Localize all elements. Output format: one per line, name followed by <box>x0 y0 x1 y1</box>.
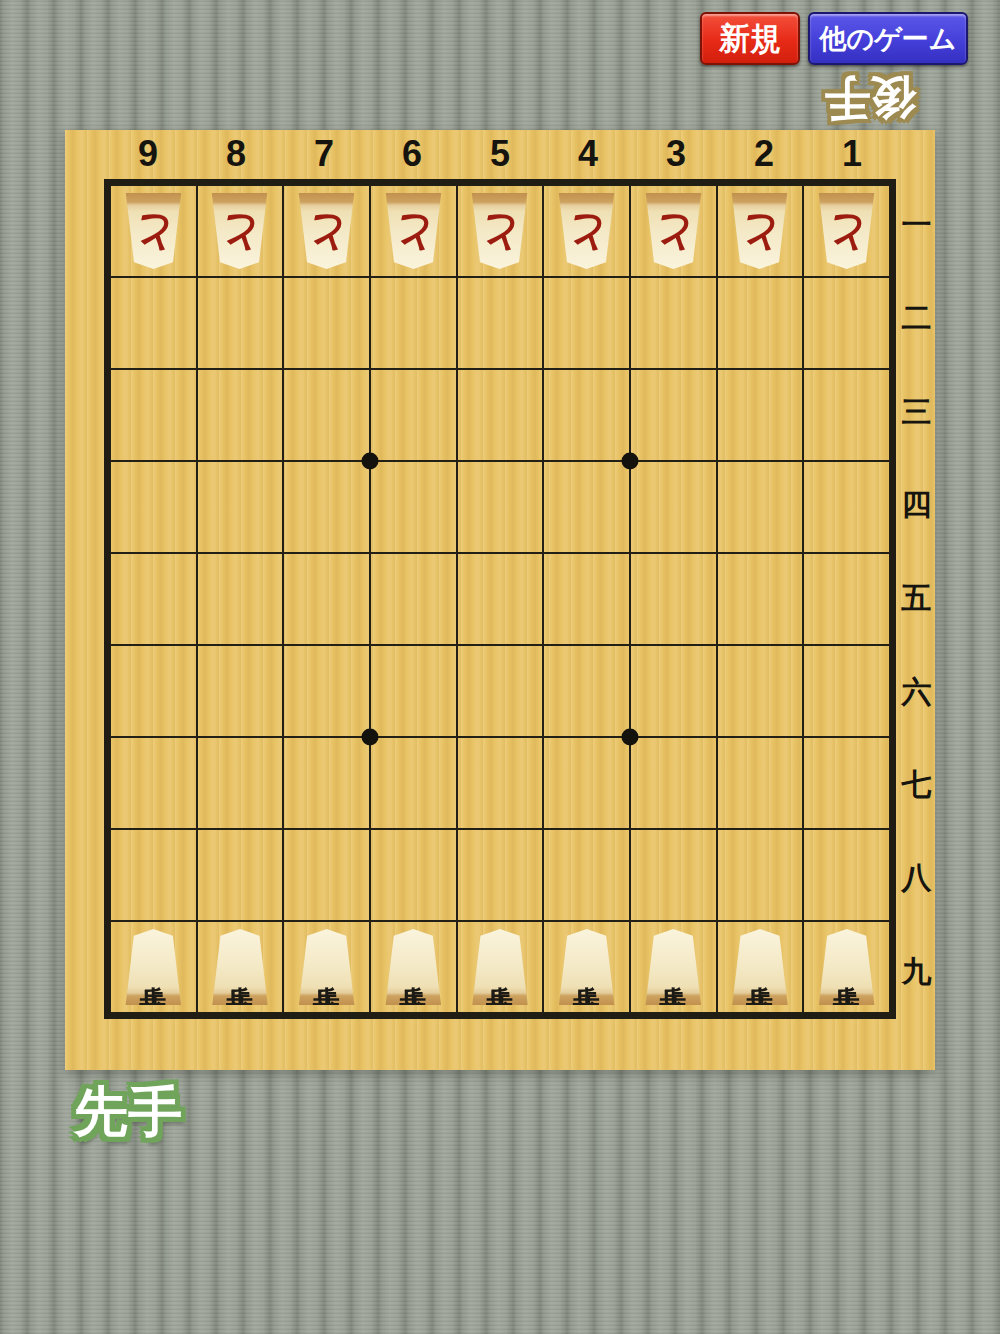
star-point <box>362 729 379 746</box>
gote-tokin-piece[interactable]: と <box>815 193 878 269</box>
board-cell-6三[interactable] <box>370 369 457 461</box>
shogi-board: 987654321 一二三四五六七八九 ととととととととと歩兵歩兵歩兵歩兵歩兵歩… <box>65 130 935 1070</box>
board-cell-9一[interactable]: と <box>110 185 197 277</box>
board-cell-1一[interactable]: と <box>803 185 890 277</box>
board-cell-6二[interactable] <box>370 277 457 369</box>
gote-tokin-piece[interactable]: と <box>122 193 185 269</box>
board-cell-1六[interactable] <box>803 645 890 737</box>
board-cell-9五[interactable] <box>110 553 197 645</box>
board-cell-5八[interactable] <box>457 829 544 921</box>
board-cell-5六[interactable] <box>457 645 544 737</box>
board-cell-7一[interactable]: と <box>283 185 370 277</box>
rank-label-4: 四 <box>898 459 935 552</box>
board-cell-3九[interactable]: 歩兵 <box>630 921 717 1013</box>
sente-pawn-piece[interactable]: 歩兵 <box>555 929 618 1005</box>
board-cell-4七[interactable] <box>543 737 630 829</box>
star-point <box>622 729 639 746</box>
gote-tokin-piece[interactable]: と <box>382 193 445 269</box>
board-cell-9三[interactable] <box>110 369 197 461</box>
gote-tokin-glyph: と <box>305 213 348 255</box>
board-cell-3二[interactable] <box>630 277 717 369</box>
board-cell-2一[interactable]: と <box>717 185 804 277</box>
board-cell-4五[interactable] <box>543 553 630 645</box>
rank-label-3: 三 <box>898 366 935 459</box>
gote-tokin-piece[interactable]: と <box>295 193 358 269</box>
board-cell-5四[interactable] <box>457 461 544 553</box>
gote-tokin-piece[interactable]: と <box>728 193 791 269</box>
gote-tokin-glyph: と <box>479 213 522 255</box>
board-cell-8八[interactable] <box>197 829 284 921</box>
board-cell-7五[interactable] <box>283 553 370 645</box>
board-cell-8二[interactable] <box>197 277 284 369</box>
board-cell-9七[interactable] <box>110 737 197 829</box>
board-cell-8七[interactable] <box>197 737 284 829</box>
board-cell-6八[interactable] <box>370 829 457 921</box>
board-cell-5七[interactable] <box>457 737 544 829</box>
sente-pawn-piece[interactable]: 歩兵 <box>468 929 531 1005</box>
sente-pawn-piece[interactable]: 歩兵 <box>208 929 271 1005</box>
board-cell-9九[interactable]: 歩兵 <box>110 921 197 1013</box>
star-point <box>362 453 379 470</box>
board-cell-3四[interactable] <box>630 461 717 553</box>
board-cell-8一[interactable]: と <box>197 185 284 277</box>
rank-label-2: 二 <box>898 272 935 365</box>
file-coordinate-labels: 987654321 <box>104 132 896 176</box>
board-cell-3八[interactable] <box>630 829 717 921</box>
file-label-1: 1 <box>808 132 896 176</box>
board-cell-7七[interactable] <box>283 737 370 829</box>
board-cell-9四[interactable] <box>110 461 197 553</box>
rank-label-1: 一 <box>898 179 935 272</box>
board-cell-4九[interactable]: 歩兵 <box>543 921 630 1013</box>
gote-tokin-piece[interactable]: と <box>642 193 705 269</box>
board-cell-6七[interactable] <box>370 737 457 829</box>
board-cell-5一[interactable]: と <box>457 185 544 277</box>
board-cell-3一[interactable]: と <box>630 185 717 277</box>
rank-coordinate-labels: 一二三四五六七八九 <box>898 179 935 1019</box>
gote-tokin-piece[interactable]: と <box>468 193 531 269</box>
board-cell-5二[interactable] <box>457 277 544 369</box>
board-cell-2四[interactable] <box>717 461 804 553</box>
rank-label-6: 六 <box>898 646 935 739</box>
file-label-3: 3 <box>632 132 720 176</box>
gote-tokin-piece[interactable]: と <box>208 193 271 269</box>
board-cell-3六[interactable] <box>630 645 717 737</box>
board-cell-4二[interactable] <box>543 277 630 369</box>
board-cell-8六[interactable] <box>197 645 284 737</box>
board-cell-3七[interactable] <box>630 737 717 829</box>
file-label-4: 4 <box>544 132 632 176</box>
board-cell-7九[interactable]: 歩兵 <box>283 921 370 1013</box>
board-cell-8九[interactable]: 歩兵 <box>197 921 284 1013</box>
board-cell-8三[interactable] <box>197 369 284 461</box>
sente-player-label: 先手 <box>74 1076 182 1149</box>
file-label-6: 6 <box>368 132 456 176</box>
board-cell-9六[interactable] <box>110 645 197 737</box>
sente-pawn-piece[interactable]: 歩兵 <box>122 929 185 1005</box>
board-cell-6一[interactable]: と <box>370 185 457 277</box>
board-cell-2八[interactable] <box>717 829 804 921</box>
rank-label-9: 九 <box>898 926 935 1019</box>
rank-label-8: 八 <box>898 832 935 925</box>
board-cell-4三[interactable] <box>543 369 630 461</box>
gote-tokin-glyph: と <box>392 213 435 255</box>
gote-tokin-glyph: と <box>132 213 175 255</box>
board-cell-7四[interactable] <box>283 461 370 553</box>
gote-tokin-glyph: と <box>825 213 868 255</box>
board-cell-7八[interactable] <box>283 829 370 921</box>
board-grid: ととととととととと歩兵歩兵歩兵歩兵歩兵歩兵歩兵歩兵歩兵 <box>104 179 896 1019</box>
board-cell-4六[interactable] <box>543 645 630 737</box>
gote-tokin-glyph: と <box>219 213 262 255</box>
gote-player-label: 後手 <box>790 66 950 128</box>
new-game-button[interactable]: 新規 <box>700 12 800 65</box>
board-cell-6六[interactable] <box>370 645 457 737</box>
board-cell-7六[interactable] <box>283 645 370 737</box>
sente-pawn-piece[interactable]: 歩兵 <box>295 929 358 1005</box>
board-cell-1七[interactable] <box>803 737 890 829</box>
gote-tokin-piece[interactable]: と <box>555 193 618 269</box>
board-cell-5九[interactable]: 歩兵 <box>457 921 544 1013</box>
board-cell-2六[interactable] <box>717 645 804 737</box>
board-cell-3三[interactable] <box>630 369 717 461</box>
board-cell-6四[interactable] <box>370 461 457 553</box>
board-cell-9二[interactable] <box>110 277 197 369</box>
other-games-button[interactable]: 他のゲーム <box>808 12 968 65</box>
gote-tokin-glyph: と <box>652 213 695 255</box>
board-cell-1四[interactable] <box>803 461 890 553</box>
sente-pawn-piece[interactable]: 歩兵 <box>642 929 705 1005</box>
board-cell-1八[interactable] <box>803 829 890 921</box>
board-cell-2三[interactable] <box>717 369 804 461</box>
sente-pawn-piece[interactable]: 歩兵 <box>728 929 791 1005</box>
file-label-2: 2 <box>720 132 808 176</box>
board-cell-6五[interactable] <box>370 553 457 645</box>
board-cell-5五[interactable] <box>457 553 544 645</box>
file-label-9: 9 <box>104 132 192 176</box>
file-label-5: 5 <box>456 132 544 176</box>
board-cell-2九[interactable]: 歩兵 <box>717 921 804 1013</box>
board-cell-8五[interactable] <box>197 553 284 645</box>
board-cell-4四[interactable] <box>543 461 630 553</box>
board-cell-4八[interactable] <box>543 829 630 921</box>
board-cell-1九[interactable]: 歩兵 <box>803 921 890 1013</box>
gote-tokin-glyph: と <box>739 213 782 255</box>
board-cell-1五[interactable] <box>803 553 890 645</box>
sente-pawn-piece[interactable]: 歩兵 <box>382 929 445 1005</box>
gote-tokin-glyph: と <box>565 213 608 255</box>
board-cell-6九[interactable]: 歩兵 <box>370 921 457 1013</box>
rank-label-5: 五 <box>898 552 935 645</box>
file-label-7: 7 <box>280 132 368 176</box>
file-label-8: 8 <box>192 132 280 176</box>
sente-pawn-piece[interactable]: 歩兵 <box>815 929 878 1005</box>
board-cell-9八[interactable] <box>110 829 197 921</box>
star-point <box>622 453 639 470</box>
board-cell-2七[interactable] <box>717 737 804 829</box>
board-cell-8四[interactable] <box>197 461 284 553</box>
rank-label-7: 七 <box>898 739 935 832</box>
board-cell-5三[interactable] <box>457 369 544 461</box>
board-cell-3五[interactable] <box>630 553 717 645</box>
board-cell-7三[interactable] <box>283 369 370 461</box>
board-cell-4一[interactable]: と <box>543 185 630 277</box>
board-cell-2二[interactable] <box>717 277 804 369</box>
board-cell-2五[interactable] <box>717 553 804 645</box>
board-cell-1三[interactable] <box>803 369 890 461</box>
board-cell-7二[interactable] <box>283 277 370 369</box>
board-cell-1二[interactable] <box>803 277 890 369</box>
